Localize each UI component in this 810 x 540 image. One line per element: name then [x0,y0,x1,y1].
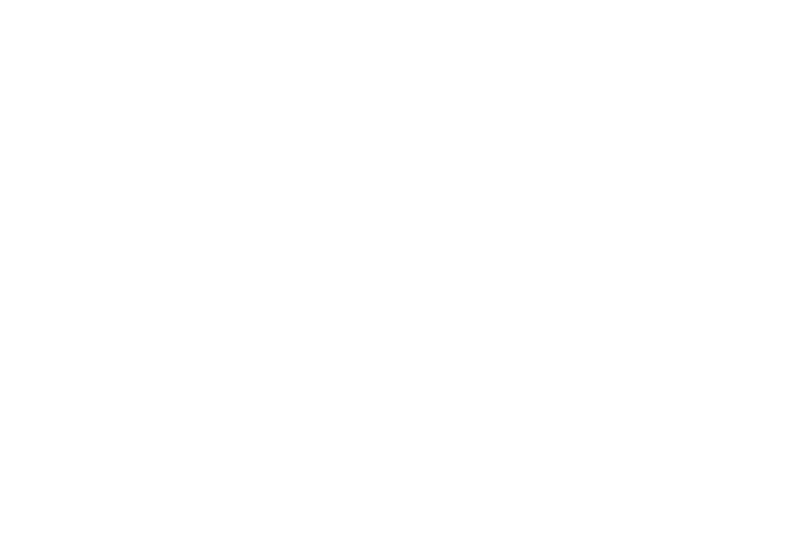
chess-scene [0,0,810,540]
stock-photo-chessboard [0,0,810,540]
